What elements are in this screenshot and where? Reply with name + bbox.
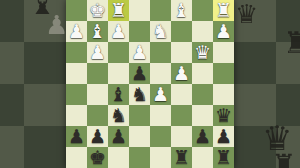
square-e5[interactable]: ♞: [129, 84, 150, 105]
square-g8[interactable]: ♚: [87, 147, 108, 168]
square-g7[interactable]: ♟: [87, 126, 108, 147]
piece-black-pawn: ♟: [213, 126, 234, 147]
square-h5[interactable]: [66, 84, 87, 105]
piece-black-pawn: ♟: [129, 63, 150, 84]
square-e3[interactable]: ♟: [129, 42, 150, 63]
square-c1[interactable]: ♝: [171, 0, 192, 21]
square-g4[interactable]: [87, 63, 108, 84]
square-c3[interactable]: [171, 42, 192, 63]
piece-white-queen: ♛: [192, 42, 213, 63]
piece-white-pawn: ♟: [129, 42, 150, 63]
square-a3[interactable]: [213, 42, 234, 63]
square-d6[interactable]: [150, 105, 171, 126]
square-b1[interactable]: [192, 0, 213, 21]
square-a7[interactable]: ♟: [213, 126, 234, 147]
square-f7[interactable]: ♟: [108, 126, 129, 147]
piece-white-knight: ♞: [150, 21, 171, 42]
square-c5[interactable]: [171, 84, 192, 105]
square-h4[interactable]: [66, 63, 87, 84]
square-d3[interactable]: [150, 42, 171, 63]
piece-black-bishop: ♝: [108, 84, 129, 105]
bg-rook-icon: ♜: [283, 28, 300, 58]
piece-white-pawn: ♟: [150, 84, 171, 105]
square-e4[interactable]: ♟: [129, 63, 150, 84]
bg-queen-icon: ♛: [235, 1, 258, 27]
square-d5[interactable]: ♟: [150, 84, 171, 105]
piece-black-pawn: ♟: [87, 126, 108, 147]
piece-white-bishop: ♝: [171, 0, 192, 21]
square-d7[interactable]: [150, 126, 171, 147]
square-e7[interactable]: [129, 126, 150, 147]
square-g5[interactable]: [87, 84, 108, 105]
piece-black-rook: ♜: [171, 147, 192, 168]
piece-white-king: ♚: [87, 0, 108, 21]
square-c4[interactable]: ♟: [171, 63, 192, 84]
square-h2[interactable]: ♟: [66, 21, 87, 42]
square-g1[interactable]: ♚: [87, 0, 108, 21]
piece-black-pawn: ♟: [108, 126, 129, 147]
square-b7[interactable]: ♟: [192, 126, 213, 147]
square-a1[interactable]: ♜: [213, 0, 234, 21]
piece-white-bishop: ♝: [87, 21, 108, 42]
square-b2[interactable]: [192, 21, 213, 42]
bg-pawn-icon: ♟: [45, 12, 68, 38]
square-b5[interactable]: [192, 84, 213, 105]
piece-black-king: ♚: [87, 147, 108, 168]
piece-white-rook: ♜: [213, 0, 234, 21]
piece-white-pawn: ♟: [87, 42, 108, 63]
square-a6[interactable]: ♛: [213, 105, 234, 126]
square-d1[interactable]: [150, 0, 171, 21]
square-b4[interactable]: [192, 63, 213, 84]
square-f4[interactable]: [108, 63, 129, 84]
piece-white-pawn: ♟: [66, 21, 87, 42]
square-h6[interactable]: [66, 105, 87, 126]
square-b8[interactable]: [192, 147, 213, 168]
piece-white-pawn: ♟: [213, 21, 234, 42]
square-e6[interactable]: [129, 105, 150, 126]
square-f1[interactable]: ♜: [108, 0, 129, 21]
square-d2[interactable]: ♞: [150, 21, 171, 42]
video-frame: ♚♜♝♜♟♝♟♞♟♟♟♛♟♟♝♞♟♞♛♟♟♟♟♟♚♜♜ ♝♟♛♜♛♜: [0, 0, 300, 168]
square-h1[interactable]: [66, 0, 87, 21]
piece-white-pawn: ♟: [108, 21, 129, 42]
square-b6[interactable]: [192, 105, 213, 126]
square-a2[interactable]: ♟: [213, 21, 234, 42]
square-g2[interactable]: ♝: [87, 21, 108, 42]
square-f6[interactable]: ♞: [108, 105, 129, 126]
square-h7[interactable]: ♟: [66, 126, 87, 147]
square-g6[interactable]: [87, 105, 108, 126]
chess-board: ♚♜♝♜♟♝♟♞♟♟♟♛♟♟♝♞♟♞♛♟♟♟♟♟♚♜♜: [66, 0, 234, 168]
square-h3[interactable]: [66, 42, 87, 63]
bg-rook-icon: ♜: [271, 151, 296, 168]
square-f8[interactable]: [108, 147, 129, 168]
piece-black-queen: ♛: [213, 105, 234, 126]
square-g3[interactable]: ♟: [87, 42, 108, 63]
square-h8[interactable]: [66, 147, 87, 168]
square-d8[interactable]: [150, 147, 171, 168]
square-b3[interactable]: ♛: [192, 42, 213, 63]
square-f3[interactable]: [108, 42, 129, 63]
piece-black-pawn: ♟: [192, 126, 213, 147]
square-e2[interactable]: [129, 21, 150, 42]
square-c2[interactable]: [171, 21, 192, 42]
square-c6[interactable]: [171, 105, 192, 126]
square-e8[interactable]: [129, 147, 150, 168]
square-a8[interactable]: ♜: [213, 147, 234, 168]
piece-white-rook: ♜: [108, 0, 129, 21]
square-a4[interactable]: [213, 63, 234, 84]
piece-black-pawn: ♟: [66, 126, 87, 147]
piece-black-rook: ♜: [213, 147, 234, 168]
square-f2[interactable]: ♟: [108, 21, 129, 42]
square-e1[interactable]: [129, 0, 150, 21]
square-a5[interactable]: [213, 84, 234, 105]
square-d4[interactable]: [150, 63, 171, 84]
square-f5[interactable]: ♝: [108, 84, 129, 105]
piece-white-pawn: ♟: [171, 63, 192, 84]
piece-black-knight: ♞: [129, 84, 150, 105]
square-c7[interactable]: [171, 126, 192, 147]
square-c8[interactable]: ♜: [171, 147, 192, 168]
piece-black-knight: ♞: [108, 105, 129, 126]
